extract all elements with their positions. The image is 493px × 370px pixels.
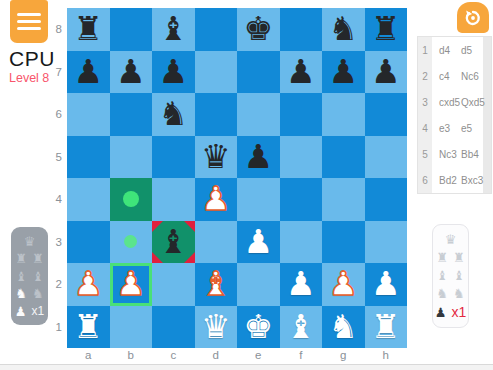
square-f2[interactable]: ♟: [280, 263, 323, 306]
square-a7[interactable]: ♟: [67, 51, 110, 94]
square-d8[interactable]: [195, 8, 238, 51]
square-e8[interactable]: ♚: [237, 8, 280, 51]
piece-black-bishop: ♝: [158, 8, 188, 50]
chess-board: ♜♝♚♞♜♟♟♟♟♟♟♞♛♟♟♝♟♟♟♝♟♟♟♜♛♚♝♞♜: [67, 8, 407, 348]
tray-pawn-icon: ♟: [435, 306, 447, 319]
move-white-1[interactable]: d4: [432, 45, 460, 56]
piece-white-king: ♚: [243, 306, 273, 348]
tray-row: ♝♝: [15, 270, 43, 283]
file-label-c: c: [152, 349, 195, 361]
piece-black-king: ♚: [243, 8, 273, 50]
tray-knight-icon: ♞: [32, 287, 44, 300]
piece-white-pawn: ♟: [286, 263, 316, 305]
square-d7[interactable]: [195, 51, 238, 94]
square-g6[interactable]: [322, 93, 365, 136]
rank-label-7: 7: [38, 51, 62, 94]
tray-rook-icon: ♜: [15, 252, 27, 265]
square-c5[interactable]: [152, 136, 195, 179]
square-a3[interactable]: [67, 221, 110, 264]
tray-knight-icon: ♞: [15, 287, 27, 300]
piece-white-pawn: ♟: [116, 263, 146, 305]
move-white-2[interactable]: c4: [432, 71, 460, 82]
square-h3[interactable]: [365, 221, 408, 264]
file-label-h: h: [365, 349, 408, 361]
square-b6[interactable]: [110, 93, 153, 136]
piece-black-pawn: ♟: [158, 51, 188, 93]
capture-corner-tl: [152, 221, 163, 232]
square-c6[interactable]: ♞: [152, 93, 195, 136]
square-a8[interactable]: ♜: [67, 8, 110, 51]
file-label-e: e: [237, 349, 280, 361]
piece-white-pawn: ♟: [73, 263, 103, 305]
tray-row: ♟x1: [435, 305, 466, 319]
move-black-2[interactable]: Nc6: [460, 71, 483, 82]
tray-rook-icon: ♜: [436, 251, 448, 264]
square-f1[interactable]: ♝: [280, 306, 323, 349]
piece-black-knight: ♞: [328, 8, 358, 50]
tray-row: ♝♝: [436, 269, 464, 282]
piece-black-pawn: ♟: [328, 51, 358, 93]
square-g2[interactable]: ♟: [322, 263, 365, 306]
square-g5[interactable]: [322, 136, 365, 179]
tray-row: ♛: [24, 235, 36, 248]
captured-count: x1: [31, 305, 44, 317]
piece-white-rook: ♜: [73, 306, 103, 348]
move-row-3: 3cxd5Qxd5: [418, 97, 483, 108]
square-a4[interactable]: [67, 178, 110, 221]
square-a1[interactable]: ♜: [67, 306, 110, 349]
piece-white-queen: ♛: [201, 306, 231, 348]
tray-queen-icon: ♛: [445, 233, 457, 246]
square-c8[interactable]: ♝: [152, 8, 195, 51]
piece-black-pawn: ♟: [73, 51, 103, 93]
move-number: 5: [418, 149, 432, 160]
rank-label-8: 8: [38, 8, 62, 51]
move-white-6[interactable]: Bd2: [432, 175, 460, 186]
move-number: 6: [418, 175, 432, 186]
square-c2[interactable]: [152, 263, 195, 306]
capture-corner-br: [184, 252, 195, 263]
square-b5[interactable]: [110, 136, 153, 179]
square-f8[interactable]: [280, 8, 323, 51]
square-b3[interactable]: [110, 221, 153, 264]
square-h5[interactable]: [365, 136, 408, 179]
square-g1[interactable]: ♞: [322, 306, 365, 349]
piece-black-pawn: ♟: [286, 51, 316, 93]
undo-button[interactable]: [457, 2, 489, 33]
file-label-g: g: [322, 349, 365, 361]
square-e7[interactable]: [237, 51, 280, 94]
square-b2[interactable]: ♟: [110, 263, 153, 306]
file-labels: abcdefgh: [67, 349, 407, 361]
move-white-5[interactable]: Nc3: [432, 149, 460, 160]
capture-corner-tr: [184, 221, 195, 232]
square-c1[interactable]: [152, 306, 195, 349]
piece-white-pawn: ♟: [201, 178, 231, 220]
move-black-6[interactable]: Bxc3: [460, 175, 483, 186]
move-black-4[interactable]: e5: [460, 123, 483, 134]
capture-corner-bl: [152, 252, 163, 263]
rank-label-5: 5: [38, 136, 62, 179]
square-d2[interactable]: ♝: [195, 263, 238, 306]
piece-white-bishop: ♝: [201, 263, 231, 305]
file-label-b: b: [110, 349, 153, 361]
file-label-d: d: [195, 349, 238, 361]
tray-queen-icon: ♛: [24, 235, 36, 248]
square-h4[interactable]: [365, 178, 408, 221]
file-label-f: f: [280, 349, 323, 361]
tray-row: ♞♞: [436, 287, 464, 300]
square-h8[interactable]: ♜: [365, 8, 408, 51]
move-list-panel: 1d4d52c4Nc63cxd5Qxd54e3e55Nc3Bb46Bd2Bxc3: [417, 36, 492, 194]
move-white-3[interactable]: cxd5: [432, 97, 460, 108]
tray-bishop-icon: ♝: [453, 269, 465, 282]
square-g3[interactable]: [322, 221, 365, 264]
move-black-3[interactable]: Qxd5: [460, 97, 485, 108]
tray-row: ♞♞: [15, 287, 43, 300]
square-f5[interactable]: [280, 136, 323, 179]
piece-white-bishop: ♝: [286, 306, 316, 348]
square-b4[interactable]: [110, 178, 153, 221]
move-black-5[interactable]: Bb4: [460, 149, 483, 160]
square-e6[interactable]: [237, 93, 280, 136]
legal-move-dot: [124, 235, 137, 248]
tray-row: ♜♜: [15, 252, 43, 265]
square-f7[interactable]: ♟: [280, 51, 323, 94]
square-f6[interactable]: [280, 93, 323, 136]
undo-rotate-icon: [463, 8, 483, 28]
piece-white-pawn: ♟: [371, 263, 401, 305]
move-list-scrollbar[interactable]: [483, 37, 491, 193]
piece-black-pawn: ♟: [116, 51, 146, 93]
tray-rook-icon: ♜: [32, 252, 44, 265]
square-d3[interactable]: [195, 221, 238, 264]
square-a6[interactable]: [67, 93, 110, 136]
file-label-a: a: [67, 349, 110, 361]
move-number: 1: [418, 45, 432, 56]
tray-pawn-icon: ♟: [15, 305, 27, 318]
piece-black-pawn: ♟: [371, 51, 401, 93]
piece-black-rook: ♜: [371, 8, 401, 50]
tray-rook-icon: ♜: [453, 251, 465, 264]
square-d1[interactable]: ♛: [195, 306, 238, 349]
square-h7[interactable]: ♟: [365, 51, 408, 94]
square-b8[interactable]: [110, 8, 153, 51]
move-number: 4: [418, 123, 432, 134]
square-b7[interactable]: ♟: [110, 51, 153, 94]
move-row-2: 2c4Nc6: [418, 71, 483, 82]
rank-label-4: 4: [38, 178, 62, 221]
tray-knight-icon: ♞: [453, 287, 465, 300]
square-e3[interactable]: ♟: [237, 221, 280, 264]
rank-label-6: 6: [38, 93, 62, 136]
move-rows: 1d4d52c4Nc63cxd5Qxd54e3e55Nc3Bb46Bd2Bxc3: [418, 38, 483, 193]
move-row-4: 4e3e5: [418, 123, 483, 134]
player-captured-tray: ♛♜♜♝♝♞♞♟x1: [432, 224, 469, 328]
move-number: 3: [418, 97, 432, 108]
piece-black-queen: ♛: [201, 136, 231, 178]
square-f3[interactable]: [280, 221, 323, 264]
piece-white-knight: ♞: [328, 306, 358, 348]
piece-black-pawn: ♟: [243, 136, 273, 178]
cpu-captured-tray: ♛♜♜♝♝♞♞♟x1: [11, 227, 48, 325]
move-number: 2: [418, 71, 432, 82]
square-g7[interactable]: ♟: [322, 51, 365, 94]
piece-black-knight: ♞: [158, 93, 188, 135]
square-d6[interactable]: [195, 93, 238, 136]
square-c7[interactable]: ♟: [152, 51, 195, 94]
piece-white-pawn: ♟: [328, 263, 358, 305]
square-b1[interactable]: [110, 306, 153, 349]
piece-white-pawn: ♟: [243, 221, 273, 263]
square-g8[interactable]: ♞: [322, 8, 365, 51]
tray-bishop-icon: ♝: [15, 270, 27, 283]
piece-black-rook: ♜: [73, 8, 103, 50]
square-d5[interactable]: ♛: [195, 136, 238, 179]
square-d4[interactable]: ♟: [195, 178, 238, 221]
piece-white-rook: ♜: [371, 306, 401, 348]
tray-row: ♛: [445, 233, 457, 246]
square-c3[interactable]: ♝: [152, 221, 195, 264]
move-black-1[interactable]: d5: [460, 45, 483, 56]
tray-bishop-icon: ♝: [32, 270, 44, 283]
square-f4[interactable]: [280, 178, 323, 221]
square-e2[interactable]: [237, 263, 280, 306]
square-g4[interactable]: [322, 178, 365, 221]
move-white-4[interactable]: e3: [432, 123, 460, 134]
tray-bishop-icon: ♝: [436, 269, 448, 282]
move-row-6: 6Bd2Bxc3: [418, 175, 483, 186]
bottom-divider: [0, 364, 493, 370]
square-a5[interactable]: [67, 136, 110, 179]
square-c4[interactable]: [152, 178, 195, 221]
tray-row: ♟x1: [15, 305, 44, 318]
captured-count: x1: [451, 305, 466, 319]
square-e1[interactable]: ♚: [237, 306, 280, 349]
move-row-5: 5Nc3Bb4: [418, 149, 483, 160]
square-e5[interactable]: ♟: [237, 136, 280, 179]
square-a2[interactable]: ♟: [67, 263, 110, 306]
square-h6[interactable]: [365, 93, 408, 136]
tray-knight-icon: ♞: [436, 287, 448, 300]
square-h1[interactable]: ♜: [365, 306, 408, 349]
move-row-1: 1d4d5: [418, 45, 483, 56]
square-h2[interactable]: ♟: [365, 263, 408, 306]
legal-move-dot: [123, 191, 139, 207]
square-e4[interactable]: [237, 178, 280, 221]
tray-row: ♜♜: [436, 251, 464, 264]
